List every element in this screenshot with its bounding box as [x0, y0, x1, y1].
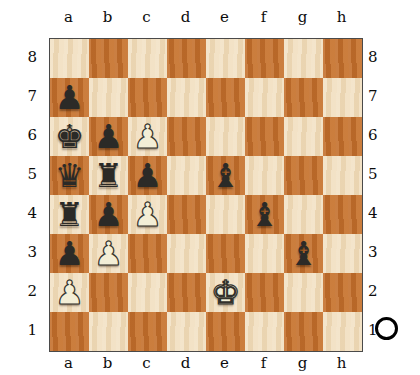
rank-label: 1	[18, 311, 44, 350]
piece-black-queen[interactable]: ♛	[50, 156, 89, 195]
square-e5[interactable]: ♝	[206, 156, 245, 195]
rank-labels-left: 87654321	[18, 38, 44, 352]
file-labels-bottom: abcdefgh	[49, 351, 363, 375]
square-c3[interactable]	[128, 234, 167, 273]
square-e2[interactable]: ♚	[206, 273, 245, 312]
chess-diagram: abcdefgh 87654321 ♟♚♟♟♛♜♟♝♜♟♟♝♟♟♝♟♚ 8765…	[0, 0, 420, 375]
square-c5[interactable]: ♟	[128, 156, 167, 195]
rank-label: 3	[364, 233, 390, 272]
piece-black-king[interactable]: ♚	[50, 117, 89, 156]
piece-black-pawn[interactable]: ♟	[89, 117, 128, 156]
file-label: g	[283, 351, 322, 375]
square-h6[interactable]	[323, 117, 362, 156]
square-e4[interactable]	[206, 195, 245, 234]
piece-black-pawn[interactable]: ♟	[128, 156, 167, 195]
square-f4[interactable]: ♝	[245, 195, 284, 234]
square-h1[interactable]	[323, 312, 362, 351]
square-a2[interactable]: ♟	[50, 273, 89, 312]
square-e6[interactable]	[206, 117, 245, 156]
square-b8[interactable]	[89, 39, 128, 78]
rank-label: 8	[364, 38, 390, 77]
square-f5[interactable]	[245, 156, 284, 195]
rank-label: 6	[364, 116, 390, 155]
piece-white-pawn[interactable]: ♟	[89, 234, 128, 273]
piece-white-pawn[interactable]: ♟	[50, 273, 89, 312]
square-b6[interactable]: ♟	[89, 117, 128, 156]
square-a3[interactable]: ♟	[50, 234, 89, 273]
square-d2[interactable]	[167, 273, 206, 312]
file-label: e	[205, 5, 244, 29]
square-h2[interactable]	[323, 273, 362, 312]
file-labels-top: abcdefgh	[49, 5, 363, 29]
rank-label: 5	[364, 155, 390, 194]
piece-black-rook[interactable]: ♜	[89, 156, 128, 195]
file-label: c	[127, 351, 166, 375]
square-f1[interactable]	[245, 312, 284, 351]
file-label: h	[322, 351, 361, 375]
rank-labels-right: 87654321	[364, 38, 390, 352]
piece-black-rook[interactable]: ♜	[50, 195, 89, 234]
square-f7[interactable]	[245, 78, 284, 117]
rank-label: 6	[18, 116, 44, 155]
square-h3[interactable]	[323, 234, 362, 273]
rank-label: 2	[18, 272, 44, 311]
square-f8[interactable]	[245, 39, 284, 78]
file-label: g	[283, 5, 322, 29]
square-b5[interactable]: ♜	[89, 156, 128, 195]
square-c2[interactable]	[128, 273, 167, 312]
rank-label: 5	[18, 155, 44, 194]
square-b1[interactable]	[89, 312, 128, 351]
square-f3[interactable]	[245, 234, 284, 273]
piece-black-bishop[interactable]: ♝	[206, 156, 245, 195]
piece-black-bishop[interactable]: ♝	[245, 195, 284, 234]
piece-black-pawn[interactable]: ♟	[50, 234, 89, 273]
rank-label: 4	[364, 194, 390, 233]
square-a6[interactable]: ♚	[50, 117, 89, 156]
file-label: e	[205, 351, 244, 375]
square-h5[interactable]	[323, 156, 362, 195]
square-h4[interactable]	[323, 195, 362, 234]
rank-label: 4	[18, 194, 44, 233]
file-label: b	[88, 351, 127, 375]
chess-board: ♟♚♟♟♛♜♟♝♜♟♟♝♟♟♝♟♚	[49, 38, 363, 352]
square-a7[interactable]: ♟	[50, 78, 89, 117]
square-c6[interactable]: ♟	[128, 117, 167, 156]
square-g2[interactable]	[284, 273, 323, 312]
square-b4[interactable]: ♟	[89, 195, 128, 234]
square-g8[interactable]	[284, 39, 323, 78]
square-g4[interactable]	[284, 195, 323, 234]
square-a5[interactable]: ♛	[50, 156, 89, 195]
square-g6[interactable]	[284, 117, 323, 156]
square-c7[interactable]	[128, 78, 167, 117]
square-c4[interactable]: ♟	[128, 195, 167, 234]
file-label: a	[49, 5, 88, 29]
square-e8[interactable]	[206, 39, 245, 78]
square-d7[interactable]	[167, 78, 206, 117]
rank-label: 7	[18, 77, 44, 116]
file-label: h	[322, 5, 361, 29]
square-e1[interactable]	[206, 312, 245, 351]
square-b2[interactable]	[89, 273, 128, 312]
square-h7[interactable]	[323, 78, 362, 117]
rank-label: 7	[364, 77, 390, 116]
square-d3[interactable]	[167, 234, 206, 273]
rank-label: 3	[18, 233, 44, 272]
rank-label: 8	[18, 38, 44, 77]
square-g7[interactable]	[284, 78, 323, 117]
square-d5[interactable]	[167, 156, 206, 195]
file-label: f	[244, 351, 283, 375]
square-c1[interactable]	[128, 312, 167, 351]
file-label: c	[127, 5, 166, 29]
file-label: b	[88, 5, 127, 29]
piece-white-pawn[interactable]: ♟	[128, 195, 167, 234]
piece-black-pawn[interactable]: ♟	[50, 78, 89, 117]
square-a4[interactable]: ♜	[50, 195, 89, 234]
piece-black-bishop[interactable]: ♝	[284, 234, 323, 273]
square-d6[interactable]	[167, 117, 206, 156]
square-d8[interactable]	[167, 39, 206, 78]
square-b3[interactable]: ♟	[89, 234, 128, 273]
file-label: d	[166, 5, 205, 29]
square-f2[interactable]	[245, 273, 284, 312]
piece-white-king[interactable]: ♚	[206, 273, 245, 312]
piece-white-pawn[interactable]: ♟	[128, 117, 167, 156]
square-d4[interactable]	[167, 195, 206, 234]
square-e7[interactable]	[206, 78, 245, 117]
square-g5[interactable]	[284, 156, 323, 195]
square-a1[interactable]	[50, 312, 89, 351]
square-e3[interactable]	[206, 234, 245, 273]
file-label: f	[244, 5, 283, 29]
rank-label: 2	[364, 272, 390, 311]
square-d1[interactable]	[167, 312, 206, 351]
file-label: a	[49, 351, 88, 375]
piece-black-pawn[interactable]: ♟	[89, 195, 128, 234]
square-a8[interactable]	[50, 39, 89, 78]
square-g1[interactable]	[284, 312, 323, 351]
file-label: d	[166, 351, 205, 375]
square-c8[interactable]	[128, 39, 167, 78]
square-h8[interactable]	[323, 39, 362, 78]
square-g3[interactable]: ♝	[284, 234, 323, 273]
white-to-move-indicator-icon	[375, 317, 398, 340]
square-f6[interactable]	[245, 117, 284, 156]
square-b7[interactable]	[89, 78, 128, 117]
